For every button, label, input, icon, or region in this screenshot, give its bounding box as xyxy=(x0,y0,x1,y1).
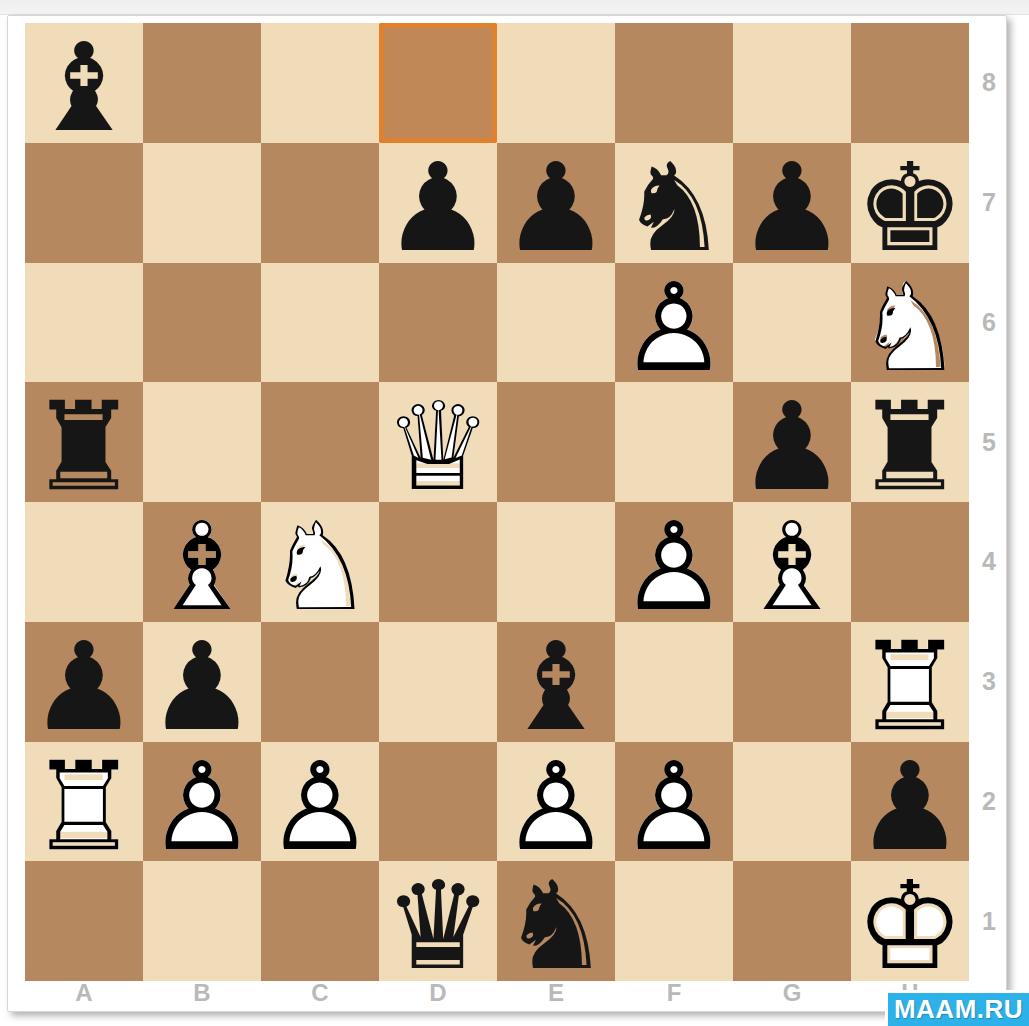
square-c1[interactable] xyxy=(261,861,379,981)
square-c2[interactable]: ♟♙ xyxy=(261,742,379,862)
square-a6[interactable] xyxy=(25,263,143,383)
piece-glyph-fill: ♞ xyxy=(261,508,379,628)
square-e5[interactable] xyxy=(497,382,615,502)
square-h3[interactable]: ♜♖ xyxy=(851,622,969,742)
square-e3[interactable]: ♝ xyxy=(497,622,615,742)
piece-glyph-outline: ♗ xyxy=(733,508,851,628)
chess-board-card: ♝♟♟♞♟♚♟♙♞♘♜♛♕♟♜♝♗♞♘♟♙♝♗♟♟♝♜♖♜♖♟♙♟♙♟♙♟♙♟♛… xyxy=(7,15,1007,1012)
piece-glyph-fill: ♞ xyxy=(851,269,969,389)
piece-glyph-outline: ♔ xyxy=(851,867,969,987)
square-a5[interactable]: ♜ xyxy=(25,382,143,502)
square-h8[interactable] xyxy=(851,23,969,143)
square-g1[interactable] xyxy=(733,861,851,981)
piece-glyph-fill: ♟ xyxy=(497,149,615,269)
square-g4[interactable]: ♝♗ xyxy=(733,502,851,622)
piece-glyph-fill: ♞ xyxy=(615,149,733,269)
piece-glyph-fill: ♟ xyxy=(497,748,615,868)
piece-glyph-outline: ♗ xyxy=(143,508,261,628)
piece-glyph-fill: ♟ xyxy=(733,388,851,508)
piece-glyph-outline: ♙ xyxy=(615,269,733,389)
square-d7[interactable]: ♟ xyxy=(379,143,497,263)
square-g2[interactable] xyxy=(733,742,851,862)
square-h2[interactable]: ♟ xyxy=(851,742,969,862)
rank-label-4: 4 xyxy=(969,502,1009,622)
square-d8[interactable] xyxy=(379,23,497,143)
square-h4[interactable] xyxy=(851,502,969,622)
square-d2[interactable] xyxy=(379,742,497,862)
square-b6[interactable] xyxy=(143,263,261,383)
site-watermark: MAAM.RU xyxy=(885,990,1029,1026)
square-g3[interactable] xyxy=(733,622,851,742)
square-e2[interactable]: ♟♙ xyxy=(497,742,615,862)
square-b5[interactable] xyxy=(143,382,261,502)
square-d5[interactable]: ♛♕ xyxy=(379,382,497,502)
square-a4[interactable] xyxy=(25,502,143,622)
piece-glyph-fill: ♝ xyxy=(143,508,261,628)
square-a2[interactable]: ♜♖ xyxy=(25,742,143,862)
piece-glyph-fill: ♝ xyxy=(25,29,143,149)
square-g8[interactable] xyxy=(733,23,851,143)
rank-label-2: 2 xyxy=(969,742,1009,862)
square-c5[interactable] xyxy=(261,382,379,502)
square-d6[interactable] xyxy=(379,263,497,383)
piece-glyph-fill: ♟ xyxy=(733,149,851,269)
rank-label-5: 5 xyxy=(969,382,1009,502)
square-g7[interactable]: ♟ xyxy=(733,143,851,263)
file-label-b: B xyxy=(143,979,261,1007)
file-label-c: C xyxy=(261,979,379,1007)
square-e6[interactable] xyxy=(497,263,615,383)
square-e7[interactable]: ♟ xyxy=(497,143,615,263)
square-f5[interactable] xyxy=(615,382,733,502)
piece-glyph-outline: ♙ xyxy=(497,748,615,868)
piece-glyph-fill: ♟ xyxy=(851,748,969,868)
square-h7[interactable]: ♚ xyxy=(851,143,969,263)
page: ♝♟♟♞♟♚♟♙♞♘♜♛♕♟♜♝♗♞♘♟♙♝♗♟♟♝♜♖♜♖♟♙♟♙♟♙♟♙♟♛… xyxy=(0,0,1029,1026)
piece-glyph-fill: ♟ xyxy=(615,508,733,628)
square-g5[interactable]: ♟ xyxy=(733,382,851,502)
piece-glyph-fill: ♜ xyxy=(851,628,969,748)
square-b1[interactable] xyxy=(143,861,261,981)
piece-glyph-fill: ♛ xyxy=(379,388,497,508)
square-f4[interactable]: ♟♙ xyxy=(615,502,733,622)
square-b7[interactable] xyxy=(143,143,261,263)
square-b8[interactable] xyxy=(143,23,261,143)
piece-glyph-fill: ♟ xyxy=(615,269,733,389)
square-c6[interactable] xyxy=(261,263,379,383)
rank-label-6: 6 xyxy=(969,263,1009,383)
piece-glyph-fill: ♟ xyxy=(25,628,143,748)
square-b3[interactable]: ♟ xyxy=(143,622,261,742)
piece-glyph-fill: ♟ xyxy=(143,748,261,868)
square-c3[interactable] xyxy=(261,622,379,742)
square-f2[interactable]: ♟♙ xyxy=(615,742,733,862)
square-e4[interactable] xyxy=(497,502,615,622)
square-e1[interactable]: ♞ xyxy=(497,861,615,981)
square-c7[interactable] xyxy=(261,143,379,263)
square-c4[interactable]: ♞♘ xyxy=(261,502,379,622)
piece-glyph-outline: ♙ xyxy=(615,748,733,868)
square-f6[interactable]: ♟♙ xyxy=(615,263,733,383)
square-e8[interactable] xyxy=(497,23,615,143)
square-a1[interactable] xyxy=(25,861,143,981)
chess-board: ♝♟♟♞♟♚♟♙♞♘♜♛♕♟♜♝♗♞♘♟♙♝♗♟♟♝♜♖♜♖♟♙♟♙♟♙♟♙♟♛… xyxy=(25,23,969,981)
file-label-d: D xyxy=(379,979,497,1007)
square-g6[interactable] xyxy=(733,263,851,383)
square-b2[interactable]: ♟♙ xyxy=(143,742,261,862)
piece-glyph-outline: ♘ xyxy=(851,269,969,389)
piece-glyph-fill: ♟ xyxy=(143,628,261,748)
square-h1[interactable]: ♚♔ xyxy=(851,861,969,981)
page-top-strip xyxy=(0,0,1029,15)
piece-glyph-outline: ♕ xyxy=(379,388,497,508)
piece-glyph-fill: ♜ xyxy=(25,388,143,508)
piece-glyph-fill: ♟ xyxy=(261,748,379,868)
file-label-a: A xyxy=(25,979,143,1007)
piece-glyph-fill: ♝ xyxy=(733,508,851,628)
rank-label-3: 3 xyxy=(969,622,1009,742)
rank-label-1: 1 xyxy=(969,861,1009,981)
square-a3[interactable]: ♟ xyxy=(25,622,143,742)
file-labels: ABCDEFGH xyxy=(25,979,969,1007)
square-h6[interactable]: ♞♘ xyxy=(851,263,969,383)
piece-glyph-outline: ♙ xyxy=(615,508,733,628)
piece-glyph-outline: ♘ xyxy=(261,508,379,628)
rank-labels: 87654321 xyxy=(969,23,1009,981)
piece-glyph-fill: ♜ xyxy=(25,748,143,868)
square-a7[interactable] xyxy=(25,143,143,263)
square-f8[interactable] xyxy=(615,23,733,143)
piece-glyph-fill: ♚ xyxy=(851,867,969,987)
piece-glyph-outline: ♖ xyxy=(25,748,143,868)
file-label-f: F xyxy=(615,979,733,1007)
piece-glyph-fill: ♞ xyxy=(497,867,615,987)
rank-label-8: 8 xyxy=(969,23,1009,143)
piece-glyph-outline: ♖ xyxy=(851,628,969,748)
piece-glyph-fill: ♟ xyxy=(615,748,733,868)
rank-label-7: 7 xyxy=(969,143,1009,263)
square-f7[interactable]: ♞ xyxy=(615,143,733,263)
square-d1[interactable]: ♛ xyxy=(379,861,497,981)
file-label-e: E xyxy=(497,979,615,1007)
square-c8[interactable] xyxy=(261,23,379,143)
square-a8[interactable]: ♝ xyxy=(25,23,143,143)
square-f1[interactable] xyxy=(615,861,733,981)
file-label-g: G xyxy=(733,979,851,1007)
square-h5[interactable]: ♜ xyxy=(851,382,969,502)
site-watermark-text: MAAM.RU xyxy=(894,994,1023,1025)
piece-glyph-outline: ♙ xyxy=(143,748,261,868)
piece-glyph-fill: ♜ xyxy=(851,388,969,508)
piece-glyph-fill: ♟ xyxy=(379,149,497,269)
piece-glyph-outline: ♙ xyxy=(261,748,379,868)
piece-glyph-fill: ♚ xyxy=(851,149,969,269)
square-b4[interactable]: ♝♗ xyxy=(143,502,261,622)
piece-glyph-fill: ♛ xyxy=(379,867,497,987)
square-d4[interactable] xyxy=(379,502,497,622)
piece-glyph-fill: ♝ xyxy=(497,628,615,748)
square-f3[interactable] xyxy=(615,622,733,742)
square-d3[interactable] xyxy=(379,622,497,742)
